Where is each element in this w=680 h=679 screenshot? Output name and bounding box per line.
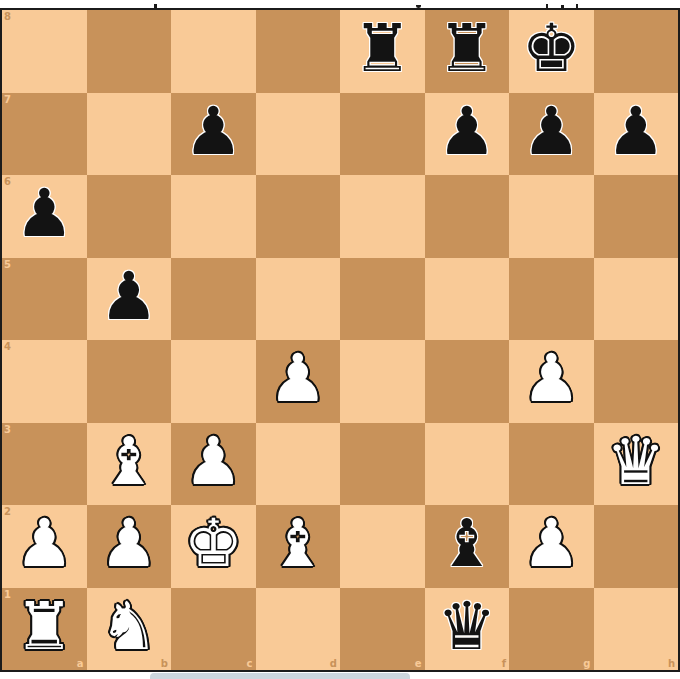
piece-white-pawn-c3: ♟ <box>184 429 243 495</box>
piece-white-knight-b1: ♞ <box>99 594 158 660</box>
file-label-b: b <box>161 659 168 669</box>
piece-white-rook-a1: ♜ <box>15 594 74 660</box>
cropped-text-fragment <box>561 5 564 8</box>
media-bar-fragment <box>150 673 410 679</box>
square-c3[interactable]: ♟ <box>171 423 256 506</box>
chess-diagram-page: 8♜♜♚7♟♟♟♟6♟5♟4♟♟3♝♟♛2♟♟♚♝♝♟1a♜b♞cdef♛gh <box>0 0 680 679</box>
square-a1[interactable]: 1a♜ <box>2 588 87 671</box>
square-g6[interactable] <box>509 175 594 258</box>
piece-white-pawn-a2: ♟ <box>15 511 74 577</box>
piece-black-pawn-g7: ♟ <box>522 99 581 165</box>
square-c6[interactable] <box>171 175 256 258</box>
square-g2[interactable]: ♟ <box>509 505 594 588</box>
square-b1[interactable]: b♞ <box>87 588 172 671</box>
piece-white-pawn-g2: ♟ <box>522 511 581 577</box>
square-c4[interactable] <box>171 340 256 423</box>
square-f2[interactable]: ♝ <box>425 505 510 588</box>
cropped-text-fragment <box>576 4 578 8</box>
square-c2[interactable]: ♚ <box>171 505 256 588</box>
square-d6[interactable] <box>256 175 341 258</box>
piece-white-pawn-d4: ♟ <box>268 346 327 412</box>
square-a3[interactable]: 3 <box>2 423 87 506</box>
square-a6[interactable]: 6♟ <box>2 175 87 258</box>
square-b8[interactable] <box>87 10 172 93</box>
square-h3[interactable]: ♛ <box>594 423 679 506</box>
square-h7[interactable]: ♟ <box>594 93 679 176</box>
square-f8[interactable]: ♜ <box>425 10 510 93</box>
chess-board: 8♜♜♚7♟♟♟♟6♟5♟4♟♟3♝♟♛2♟♟♚♝♝♟1a♜b♞cdef♛gh <box>2 10 678 670</box>
piece-black-pawn-b5: ♟ <box>99 264 158 330</box>
piece-black-rook-e8: ♜ <box>353 16 412 82</box>
square-f6[interactable] <box>425 175 510 258</box>
piece-black-pawn-c7: ♟ <box>184 99 243 165</box>
piece-black-queen-f1: ♛ <box>437 594 496 660</box>
rank-label-1: 1 <box>4 590 11 600</box>
rank-label-6: 6 <box>4 177 11 187</box>
square-h5[interactable] <box>594 258 679 341</box>
square-c8[interactable] <box>171 10 256 93</box>
square-d2[interactable]: ♝ <box>256 505 341 588</box>
piece-white-pawn-b2: ♟ <box>99 511 158 577</box>
piece-white-king-c2: ♚ <box>184 511 243 577</box>
square-d7[interactable] <box>256 93 341 176</box>
square-a8[interactable]: 8 <box>2 10 87 93</box>
square-d3[interactable] <box>256 423 341 506</box>
square-g5[interactable] <box>509 258 594 341</box>
file-label-a: a <box>77 659 84 669</box>
square-h1[interactable]: h <box>594 588 679 671</box>
rank-label-5: 5 <box>4 260 11 270</box>
piece-black-bishop-f2: ♝ <box>437 511 496 577</box>
rank-label-4: 4 <box>4 342 11 352</box>
square-f4[interactable] <box>425 340 510 423</box>
square-g8[interactable]: ♚ <box>509 10 594 93</box>
cropped-text-fragment <box>416 5 421 8</box>
square-f3[interactable] <box>425 423 510 506</box>
square-c7[interactable]: ♟ <box>171 93 256 176</box>
square-b6[interactable] <box>87 175 172 258</box>
square-c5[interactable] <box>171 258 256 341</box>
piece-black-pawn-f7: ♟ <box>437 99 496 165</box>
square-e1[interactable]: e <box>340 588 425 671</box>
piece-white-queen-h3: ♛ <box>606 429 665 495</box>
square-f5[interactable] <box>425 258 510 341</box>
chess-board-frame: 8♜♜♚7♟♟♟♟6♟5♟4♟♟3♝♟♛2♟♟♚♝♝♟1a♜b♞cdef♛gh <box>0 8 680 672</box>
rank-label-8: 8 <box>4 12 11 22</box>
file-label-g: g <box>583 659 590 669</box>
square-c1[interactable]: c <box>171 588 256 671</box>
square-e7[interactable] <box>340 93 425 176</box>
file-label-c: c <box>247 659 253 669</box>
bottom-strip <box>0 672 680 679</box>
square-a2[interactable]: 2♟ <box>2 505 87 588</box>
file-label-e: e <box>415 659 422 669</box>
square-a5[interactable]: 5 <box>2 258 87 341</box>
square-e8[interactable]: ♜ <box>340 10 425 93</box>
square-b2[interactable]: ♟ <box>87 505 172 588</box>
file-label-d: d <box>330 659 337 669</box>
rank-label-7: 7 <box>4 95 11 105</box>
square-d5[interactable] <box>256 258 341 341</box>
piece-white-bishop-b3: ♝ <box>99 429 158 495</box>
cropped-text-fragment <box>546 4 548 8</box>
file-label-h: h <box>668 659 675 669</box>
square-h4[interactable] <box>594 340 679 423</box>
piece-black-pawn-h7: ♟ <box>606 99 665 165</box>
square-b5[interactable]: ♟ <box>87 258 172 341</box>
square-g1[interactable]: g <box>509 588 594 671</box>
square-f1[interactable]: f♛ <box>425 588 510 671</box>
square-g4[interactable]: ♟ <box>509 340 594 423</box>
cropped-text-fragment <box>154 4 157 8</box>
square-b7[interactable] <box>87 93 172 176</box>
square-d8[interactable] <box>256 10 341 93</box>
square-e3[interactable] <box>340 423 425 506</box>
square-d4[interactable]: ♟ <box>256 340 341 423</box>
square-h2[interactable] <box>594 505 679 588</box>
square-a4[interactable]: 4 <box>2 340 87 423</box>
piece-black-rook-f8: ♜ <box>437 16 496 82</box>
square-g3[interactable] <box>509 423 594 506</box>
square-e2[interactable] <box>340 505 425 588</box>
piece-white-pawn-g4: ♟ <box>522 346 581 412</box>
square-e4[interactable] <box>340 340 425 423</box>
square-g7[interactable]: ♟ <box>509 93 594 176</box>
square-d1[interactable]: d <box>256 588 341 671</box>
square-f7[interactable]: ♟ <box>425 93 510 176</box>
square-h6[interactable] <box>594 175 679 258</box>
square-b3[interactable]: ♝ <box>87 423 172 506</box>
square-h8[interactable] <box>594 10 679 93</box>
rank-label-3: 3 <box>4 425 11 435</box>
square-e6[interactable] <box>340 175 425 258</box>
piece-black-king-g8: ♚ <box>522 16 581 82</box>
rank-label-2: 2 <box>4 507 11 517</box>
cropped-text-strip <box>0 0 680 8</box>
file-label-f: f <box>502 659 506 669</box>
square-b4[interactable] <box>87 340 172 423</box>
square-a7[interactable]: 7 <box>2 93 87 176</box>
piece-black-pawn-a6: ♟ <box>15 181 74 247</box>
piece-white-bishop-d2: ♝ <box>268 511 327 577</box>
square-e5[interactable] <box>340 258 425 341</box>
